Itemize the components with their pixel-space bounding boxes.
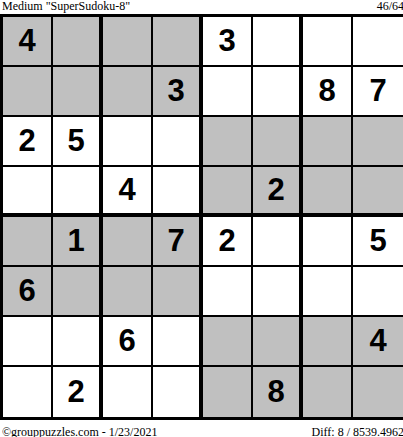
cell-r6c6-empty[interactable] xyxy=(253,267,303,317)
cell-r6c5-empty[interactable] xyxy=(203,267,253,317)
cell-r1c7-empty[interactable] xyxy=(303,17,353,67)
given-digit: 1 xyxy=(67,223,84,259)
cell-r1c8-empty[interactable] xyxy=(353,17,403,67)
cell-r4c5-empty[interactable] xyxy=(203,167,253,217)
given-digit: 8 xyxy=(318,73,335,109)
cell-r6c3-empty[interactable] xyxy=(103,267,153,317)
cell-r2c2-empty[interactable] xyxy=(53,67,103,117)
cell-r8c6-given: 8 xyxy=(253,367,303,417)
puzzle-title: Medium "SuperSudoku-8" xyxy=(2,0,130,13)
cell-r5c8-given: 5 xyxy=(353,217,403,267)
cell-r6c1-given: 6 xyxy=(3,267,53,317)
cell-r4c2-empty[interactable] xyxy=(53,167,103,217)
puzzle-page: Medium "SuperSudoku-8" 46/64 43387254217… xyxy=(0,0,403,437)
cell-r4c7-empty[interactable] xyxy=(303,167,353,217)
given-digit: 2 xyxy=(267,172,284,208)
cell-r5c3-empty[interactable] xyxy=(103,217,153,267)
cell-r2c1-empty[interactable] xyxy=(3,67,53,117)
cell-r1c3-empty[interactable] xyxy=(103,17,153,67)
cell-r5c2-given: 1 xyxy=(53,217,103,267)
given-digit: 2 xyxy=(18,123,35,159)
cell-r8c2-given: 2 xyxy=(53,367,103,417)
given-digit: 4 xyxy=(118,172,135,208)
cell-r7c3-given: 6 xyxy=(103,317,153,367)
cell-r5c4-given: 7 xyxy=(153,217,203,267)
cell-r1c5-given: 3 xyxy=(203,17,253,67)
given-digit: 8 xyxy=(267,374,284,410)
footer: ©grouppuzzles.com - 1/23/2021 Diff: 8 / … xyxy=(0,426,403,437)
cell-r2c6-empty[interactable] xyxy=(253,67,303,117)
given-digit: 2 xyxy=(218,223,235,259)
cell-r8c4-empty[interactable] xyxy=(153,367,203,417)
copyright-credit: ©grouppuzzles.com - 1/23/2021 xyxy=(2,426,157,437)
cell-r2c7-given: 8 xyxy=(303,67,353,117)
cell-r4c1-empty[interactable] xyxy=(3,167,53,217)
cell-r1c4-empty[interactable] xyxy=(153,17,203,67)
difficulty-rating: Diff: 8 / 8539.4962 xyxy=(312,426,403,437)
cell-r4c3-given: 4 xyxy=(103,167,153,217)
cell-r7c8-given: 4 xyxy=(353,317,403,367)
cell-r8c1-empty[interactable] xyxy=(3,367,53,417)
cell-r1c2-empty[interactable] xyxy=(53,17,103,67)
cell-r3c8-empty[interactable] xyxy=(353,117,403,167)
given-digit: 7 xyxy=(369,73,386,109)
cell-r3c2-given: 5 xyxy=(53,117,103,167)
cell-r3c3-empty[interactable] xyxy=(103,117,153,167)
cell-r2c4-given: 3 xyxy=(153,67,203,117)
cell-r6c2-empty[interactable] xyxy=(53,267,103,317)
cell-r3c1-given: 2 xyxy=(3,117,53,167)
cell-r3c7-empty[interactable] xyxy=(303,117,353,167)
cell-r1c6-empty[interactable] xyxy=(253,17,303,67)
cell-r7c6-empty[interactable] xyxy=(253,317,303,367)
cell-r1c1-given: 4 xyxy=(3,17,53,67)
header: Medium "SuperSudoku-8" 46/64 xyxy=(0,0,403,13)
cell-r2c8-given: 7 xyxy=(353,67,403,117)
cell-r5c1-empty[interactable] xyxy=(3,217,53,267)
given-digit: 7 xyxy=(167,223,184,259)
cell-r4c4-empty[interactable] xyxy=(153,167,203,217)
given-digit: 4 xyxy=(369,323,386,359)
cell-r6c7-empty[interactable] xyxy=(303,267,353,317)
given-digit: 3 xyxy=(218,23,235,59)
cell-r3c4-empty[interactable] xyxy=(153,117,203,167)
cell-r5c7-empty[interactable] xyxy=(303,217,353,267)
cell-r7c5-empty[interactable] xyxy=(203,317,253,367)
cell-r6c8-empty[interactable] xyxy=(353,267,403,317)
progress-counter: 46/64 xyxy=(377,0,403,13)
given-digit: 5 xyxy=(369,223,386,259)
cell-r5c5-given: 2 xyxy=(203,217,253,267)
cell-r8c3-empty[interactable] xyxy=(103,367,153,417)
cell-r8c5-empty[interactable] xyxy=(203,367,253,417)
cell-r5c6-empty[interactable] xyxy=(253,217,303,267)
cell-r2c3-empty[interactable] xyxy=(103,67,153,117)
given-digit: 4 xyxy=(18,23,35,59)
cell-r8c7-empty[interactable] xyxy=(303,367,353,417)
given-digit: 6 xyxy=(118,323,135,359)
cell-r3c6-empty[interactable] xyxy=(253,117,303,167)
cell-r7c7-empty[interactable] xyxy=(303,317,353,367)
given-digit: 3 xyxy=(167,73,184,109)
cell-r4c6-given: 2 xyxy=(253,167,303,217)
cell-r7c2-empty[interactable] xyxy=(53,317,103,367)
given-digit: 2 xyxy=(67,374,84,410)
given-digit: 5 xyxy=(67,123,84,159)
cell-r8c8-empty[interactable] xyxy=(353,367,403,417)
cell-r2c5-empty[interactable] xyxy=(203,67,253,117)
cell-r4c8-empty[interactable] xyxy=(353,167,403,217)
cell-r3c5-empty[interactable] xyxy=(203,117,253,167)
cell-r7c4-empty[interactable] xyxy=(153,317,203,367)
given-digit: 6 xyxy=(18,273,35,309)
sudoku-board: 433872542172566428 xyxy=(0,14,403,420)
cell-r7c1-empty[interactable] xyxy=(3,317,53,367)
cell-r6c4-empty[interactable] xyxy=(153,267,203,317)
